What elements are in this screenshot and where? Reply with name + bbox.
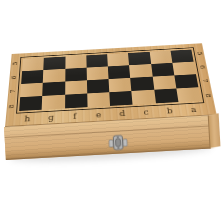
clasp-icon: [108, 134, 129, 151]
board-square: [42, 82, 64, 96]
board-top-face: hgfedcba 5678 5678: [5, 43, 217, 127]
board-square: [176, 87, 201, 102]
file-label: g: [48, 114, 54, 122]
rank-label: 8: [203, 93, 212, 98]
board-grid: [19, 50, 201, 111]
board-square: [109, 91, 132, 106]
board-square: [19, 96, 42, 111]
board-square: [130, 77, 153, 91]
file-label: f: [73, 112, 76, 120]
file-label: b: [166, 107, 173, 115]
board-square: [87, 79, 110, 93]
board-square: [174, 74, 198, 88]
rank-label: 5: [195, 52, 203, 56]
chess-box: hgfedcba 5678 5678: [0, 39, 220, 171]
rank-label: 6: [10, 75, 18, 79]
file-label: c: [143, 108, 149, 116]
board-square: [154, 88, 178, 103]
board-square: [65, 80, 87, 94]
file-label: h: [24, 115, 30, 123]
rank-label: 6: [198, 65, 206, 69]
product-photo: hgfedcba 5678 5678: [0, 0, 222, 222]
board-square: [20, 83, 43, 97]
board-square: [109, 78, 132, 92]
file-label: e: [96, 111, 102, 119]
board-square: [152, 75, 176, 89]
file-label: d: [119, 110, 125, 118]
rank-label: 5: [12, 62, 20, 66]
board-square: [87, 92, 110, 107]
board-square: [132, 90, 156, 105]
rank-label: 7: [9, 89, 17, 93]
board-square: [65, 93, 88, 108]
board-square: [42, 95, 65, 110]
box-right-side-face: [208, 113, 221, 148]
rank-label: 8: [8, 104, 16, 109]
file-label: a: [190, 106, 197, 114]
rank-label: 7: [201, 79, 209, 83]
